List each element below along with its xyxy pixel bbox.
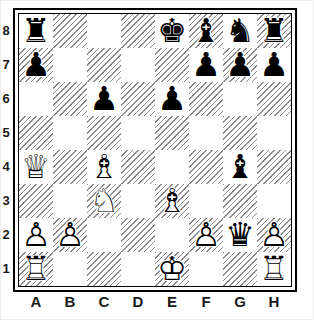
square-b3[interactable]: [53, 184, 87, 218]
square-d8[interactable]: [121, 14, 155, 48]
rank-label-5: 5: [0, 116, 12, 150]
white-pawn: ♙: [189, 218, 223, 252]
square-d1[interactable]: [121, 252, 155, 286]
square-f2[interactable]: ♟♙: [189, 218, 223, 252]
square-f7[interactable]: ♟♟: [189, 48, 223, 82]
square-d4[interactable]: [121, 150, 155, 184]
square-a5[interactable]: [19, 116, 53, 150]
black-pawn: ♟: [87, 82, 121, 116]
white-bishop: ♗: [87, 150, 121, 184]
square-h2[interactable]: ♟♙: [257, 218, 291, 252]
square-a2[interactable]: ♟♙: [19, 218, 53, 252]
square-e8[interactable]: ♚♚: [155, 14, 189, 48]
square-g5[interactable]: [223, 116, 257, 150]
rank-label-8: 8: [0, 14, 12, 48]
file-label-e: E: [155, 293, 189, 310]
square-a8[interactable]: ♜♜: [19, 14, 53, 48]
square-a7[interactable]: ♟♟: [19, 48, 53, 82]
square-f1[interactable]: [189, 252, 223, 286]
square-b4[interactable]: [53, 150, 87, 184]
square-h8[interactable]: ♜♜: [257, 14, 291, 48]
black-queen: ♛: [223, 218, 257, 252]
square-c8[interactable]: [87, 14, 121, 48]
square-e5[interactable]: [155, 116, 189, 150]
square-d6[interactable]: [121, 82, 155, 116]
square-c4[interactable]: ♝♗: [87, 150, 121, 184]
square-f6[interactable]: [189, 82, 223, 116]
rank-label-7: 7: [0, 48, 12, 82]
chess-diagram: 87654321 ♜♜♚♚♝♝♞♞♜♜♟♟♟♟♟♟♟♟♟♟♟♟♛♕♝♗♝♝♞♘♝…: [0, 0, 314, 320]
square-d3[interactable]: [121, 184, 155, 218]
black-pawn: ♟: [223, 48, 257, 82]
file-label-a: A: [19, 293, 53, 310]
square-g6[interactable]: [223, 82, 257, 116]
square-h3[interactable]: [257, 184, 291, 218]
square-h5[interactable]: [257, 116, 291, 150]
rank-label-6: 6: [0, 82, 12, 116]
square-d7[interactable]: [121, 48, 155, 82]
white-pawn: ♙: [257, 218, 291, 252]
white-pawn: ♙: [53, 218, 87, 252]
file-label-g: G: [223, 293, 257, 310]
square-a1[interactable]: ♜♖: [19, 252, 53, 286]
white-king: ♔: [155, 252, 189, 286]
white-knight: ♘: [87, 184, 121, 218]
file-label-b: B: [53, 293, 87, 310]
file-labels: ABCDEFGH: [19, 293, 291, 310]
black-pawn: ♟: [155, 82, 189, 116]
black-pawn: ♟: [189, 48, 223, 82]
square-c3[interactable]: ♞♘: [87, 184, 121, 218]
square-g2[interactable]: ♛♛: [223, 218, 257, 252]
file-label-d: D: [121, 293, 155, 310]
square-d5[interactable]: [121, 116, 155, 150]
white-queen: ♕: [19, 150, 53, 184]
square-a6[interactable]: [19, 82, 53, 116]
rank-label-4: 4: [0, 150, 12, 184]
square-e1[interactable]: ♚♔: [155, 252, 189, 286]
square-b7[interactable]: [53, 48, 87, 82]
white-pawn: ♙: [19, 218, 53, 252]
square-a3[interactable]: [19, 184, 53, 218]
file-label-h: H: [257, 293, 291, 310]
square-c6[interactable]: ♟♟: [87, 82, 121, 116]
black-king: ♚: [155, 14, 189, 48]
board-grid: ♜♜♚♚♝♝♞♞♜♜♟♟♟♟♟♟♟♟♟♟♟♟♛♕♝♗♝♝♞♘♝♗♟♙♟♙♟♙♛♛…: [19, 14, 291, 286]
square-b6[interactable]: [53, 82, 87, 116]
square-f4[interactable]: [189, 150, 223, 184]
black-pawn: ♟: [257, 48, 291, 82]
square-e2[interactable]: [155, 218, 189, 252]
square-e3[interactable]: ♝♗: [155, 184, 189, 218]
square-h1[interactable]: ♜♖: [257, 252, 291, 286]
square-g7[interactable]: ♟♟: [223, 48, 257, 82]
square-g3[interactable]: [223, 184, 257, 218]
square-f8[interactable]: ♝♝: [189, 14, 223, 48]
file-label-f: F: [189, 293, 223, 310]
black-rook: ♜: [257, 14, 291, 48]
square-c1[interactable]: [87, 252, 121, 286]
black-pawn: ♟: [19, 48, 53, 82]
square-a4[interactable]: ♛♕: [19, 150, 53, 184]
black-rook: ♜: [19, 14, 53, 48]
rank-label-2: 2: [0, 218, 12, 252]
black-bishop: ♝: [189, 14, 223, 48]
square-c5[interactable]: [87, 116, 121, 150]
file-label-c: C: [87, 293, 121, 310]
square-g8[interactable]: ♞♞: [223, 14, 257, 48]
square-h4[interactable]: [257, 150, 291, 184]
rank-label-3: 3: [0, 184, 12, 218]
square-c2[interactable]: [87, 218, 121, 252]
square-b2[interactable]: ♟♙: [53, 218, 87, 252]
board-inner-border: ♜♜♚♚♝♝♞♞♜♜♟♟♟♟♟♟♟♟♟♟♟♟♛♕♝♗♝♝♞♘♝♗♟♙♟♙♟♙♛♛…: [18, 13, 292, 287]
white-bishop: ♗: [155, 184, 189, 218]
square-c7[interactable]: [87, 48, 121, 82]
square-b1[interactable]: [53, 252, 87, 286]
square-b8[interactable]: [53, 14, 87, 48]
square-e4[interactable]: [155, 150, 189, 184]
rank-label-1: 1: [0, 252, 12, 286]
square-d2[interactable]: [121, 218, 155, 252]
board-frame: ♜♜♚♚♝♝♞♞♜♜♟♟♟♟♟♟♟♟♟♟♟♟♛♕♝♗♝♝♞♘♝♗♟♙♟♙♟♙♛♛…: [13, 8, 297, 292]
black-knight: ♞: [223, 14, 257, 48]
square-e7[interactable]: [155, 48, 189, 82]
square-f5[interactable]: [189, 116, 223, 150]
black-bishop: ♝: [223, 150, 257, 184]
rank-labels: 87654321: [0, 14, 12, 286]
square-e6[interactable]: ♟♟: [155, 82, 189, 116]
square-h7[interactable]: ♟♟: [257, 48, 291, 82]
white-rook: ♖: [19, 252, 53, 286]
white-rook: ♖: [257, 252, 291, 286]
square-b5[interactable]: [53, 116, 87, 150]
square-g4[interactable]: ♝♝: [223, 150, 257, 184]
square-f3[interactable]: [189, 184, 223, 218]
square-h6[interactable]: [257, 82, 291, 116]
square-g1[interactable]: [223, 252, 257, 286]
